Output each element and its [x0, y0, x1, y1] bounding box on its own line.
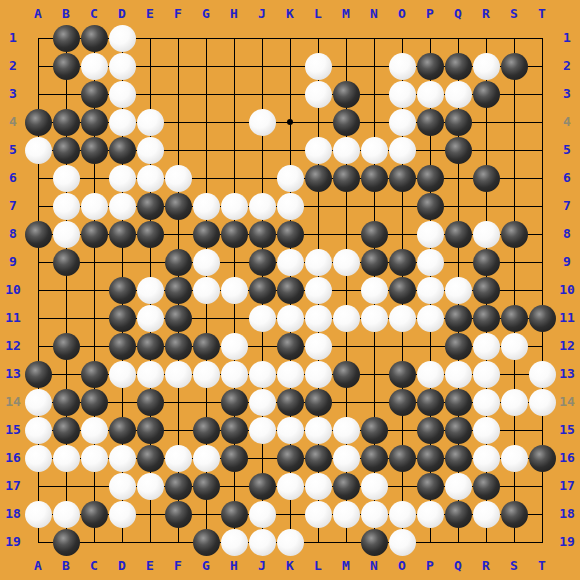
intersection-D2[interactable]	[108, 52, 136, 80]
intersection-J3[interactable]	[248, 80, 276, 108]
intersection-G6[interactable]	[192, 164, 220, 192]
intersection-F17[interactable]	[164, 472, 192, 500]
intersection-A6[interactable]	[24, 164, 52, 192]
intersection-H12[interactable]	[220, 332, 248, 360]
intersection-M6[interactable]	[332, 164, 360, 192]
intersection-P12[interactable]	[416, 332, 444, 360]
intersection-P1[interactable]	[416, 24, 444, 52]
intersection-T10[interactable]	[528, 276, 556, 304]
intersection-D8[interactable]	[108, 220, 136, 248]
intersection-E14[interactable]	[136, 388, 164, 416]
intersection-A17[interactable]	[24, 472, 52, 500]
intersection-A1[interactable]	[24, 24, 52, 52]
intersection-B4[interactable]	[52, 108, 80, 136]
intersection-D17[interactable]	[108, 472, 136, 500]
intersection-R4[interactable]	[472, 108, 500, 136]
intersection-E12[interactable]	[136, 332, 164, 360]
intersection-A7[interactable]	[24, 192, 52, 220]
intersection-T13[interactable]	[528, 360, 556, 388]
intersection-K16[interactable]	[276, 444, 304, 472]
intersection-H8[interactable]	[220, 220, 248, 248]
intersection-A13[interactable]	[24, 360, 52, 388]
intersection-S6[interactable]	[500, 164, 528, 192]
intersection-G10[interactable]	[192, 276, 220, 304]
intersection-G8[interactable]	[192, 220, 220, 248]
intersection-T18[interactable]	[528, 500, 556, 528]
intersection-R11[interactable]	[472, 304, 500, 332]
intersection-L17[interactable]	[304, 472, 332, 500]
intersection-A3[interactable]	[24, 80, 52, 108]
intersection-R8[interactable]	[472, 220, 500, 248]
intersection-F1[interactable]	[164, 24, 192, 52]
intersection-F14[interactable]	[164, 388, 192, 416]
intersection-P8[interactable]	[416, 220, 444, 248]
intersection-L3[interactable]	[304, 80, 332, 108]
intersection-C4[interactable]	[80, 108, 108, 136]
intersection-G9[interactable]	[192, 248, 220, 276]
intersection-S4[interactable]	[500, 108, 528, 136]
intersection-A11[interactable]	[24, 304, 52, 332]
intersection-H11[interactable]	[220, 304, 248, 332]
intersection-P3[interactable]	[416, 80, 444, 108]
intersection-J1[interactable]	[248, 24, 276, 52]
intersection-N11[interactable]	[360, 304, 388, 332]
intersection-N2[interactable]	[360, 52, 388, 80]
intersection-B9[interactable]	[52, 248, 80, 276]
intersection-S7[interactable]	[500, 192, 528, 220]
intersection-J4[interactable]	[248, 108, 276, 136]
intersection-O3[interactable]	[388, 80, 416, 108]
intersection-S17[interactable]	[500, 472, 528, 500]
intersection-M17[interactable]	[332, 472, 360, 500]
intersection-O14[interactable]	[388, 388, 416, 416]
intersection-S13[interactable]	[500, 360, 528, 388]
intersection-E18[interactable]	[136, 500, 164, 528]
intersection-N10[interactable]	[360, 276, 388, 304]
intersection-E19[interactable]	[136, 528, 164, 556]
intersection-S18[interactable]	[500, 500, 528, 528]
intersection-D9[interactable]	[108, 248, 136, 276]
intersection-F18[interactable]	[164, 500, 192, 528]
intersection-P19[interactable]	[416, 528, 444, 556]
intersection-E10[interactable]	[136, 276, 164, 304]
intersection-L18[interactable]	[304, 500, 332, 528]
intersection-F13[interactable]	[164, 360, 192, 388]
intersection-Q8[interactable]	[444, 220, 472, 248]
intersection-Q12[interactable]	[444, 332, 472, 360]
intersection-N1[interactable]	[360, 24, 388, 52]
intersection-G13[interactable]	[192, 360, 220, 388]
intersection-N8[interactable]	[360, 220, 388, 248]
intersection-E5[interactable]	[136, 136, 164, 164]
intersection-O8[interactable]	[388, 220, 416, 248]
intersection-J16[interactable]	[248, 444, 276, 472]
intersection-S11[interactable]	[500, 304, 528, 332]
intersection-H14[interactable]	[220, 388, 248, 416]
intersection-R1[interactable]	[472, 24, 500, 52]
intersection-J14[interactable]	[248, 388, 276, 416]
intersection-E6[interactable]	[136, 164, 164, 192]
intersection-H17[interactable]	[220, 472, 248, 500]
intersection-K6[interactable]	[276, 164, 304, 192]
intersection-S8[interactable]	[500, 220, 528, 248]
intersection-Q14[interactable]	[444, 388, 472, 416]
intersection-A16[interactable]	[24, 444, 52, 472]
intersection-C17[interactable]	[80, 472, 108, 500]
intersection-M18[interactable]	[332, 500, 360, 528]
intersection-L7[interactable]	[304, 192, 332, 220]
intersection-M11[interactable]	[332, 304, 360, 332]
intersection-M19[interactable]	[332, 528, 360, 556]
intersection-S12[interactable]	[500, 332, 528, 360]
intersection-R7[interactable]	[472, 192, 500, 220]
intersection-N7[interactable]	[360, 192, 388, 220]
intersection-P15[interactable]	[416, 416, 444, 444]
intersection-S19[interactable]	[500, 528, 528, 556]
intersection-M1[interactable]	[332, 24, 360, 52]
intersection-J15[interactable]	[248, 416, 276, 444]
intersection-Q17[interactable]	[444, 472, 472, 500]
intersection-M9[interactable]	[332, 248, 360, 276]
intersection-G2[interactable]	[192, 52, 220, 80]
intersection-C19[interactable]	[80, 528, 108, 556]
intersection-L12[interactable]	[304, 332, 332, 360]
intersection-O13[interactable]	[388, 360, 416, 388]
intersection-L11[interactable]	[304, 304, 332, 332]
intersection-B14[interactable]	[52, 388, 80, 416]
intersection-S14[interactable]	[500, 388, 528, 416]
intersection-M13[interactable]	[332, 360, 360, 388]
intersection-O10[interactable]	[388, 276, 416, 304]
intersection-O7[interactable]	[388, 192, 416, 220]
intersection-S5[interactable]	[500, 136, 528, 164]
intersection-O15[interactable]	[388, 416, 416, 444]
intersection-A4[interactable]	[24, 108, 52, 136]
intersection-M12[interactable]	[332, 332, 360, 360]
intersection-O19[interactable]	[388, 528, 416, 556]
intersection-F16[interactable]	[164, 444, 192, 472]
intersection-E15[interactable]	[136, 416, 164, 444]
intersection-O5[interactable]	[388, 136, 416, 164]
intersection-R18[interactable]	[472, 500, 500, 528]
intersection-F2[interactable]	[164, 52, 192, 80]
intersection-R2[interactable]	[472, 52, 500, 80]
intersection-F4[interactable]	[164, 108, 192, 136]
intersection-Q3[interactable]	[444, 80, 472, 108]
intersection-L8[interactable]	[304, 220, 332, 248]
intersection-B8[interactable]	[52, 220, 80, 248]
intersection-B17[interactable]	[52, 472, 80, 500]
intersection-Q13[interactable]	[444, 360, 472, 388]
intersection-C12[interactable]	[80, 332, 108, 360]
intersection-H19[interactable]	[220, 528, 248, 556]
intersection-H2[interactable]	[220, 52, 248, 80]
intersection-B7[interactable]	[52, 192, 80, 220]
intersection-Q4[interactable]	[444, 108, 472, 136]
intersection-D13[interactable]	[108, 360, 136, 388]
intersection-A14[interactable]	[24, 388, 52, 416]
intersection-S2[interactable]	[500, 52, 528, 80]
intersection-K7[interactable]	[276, 192, 304, 220]
intersection-G11[interactable]	[192, 304, 220, 332]
intersection-R15[interactable]	[472, 416, 500, 444]
intersection-H6[interactable]	[220, 164, 248, 192]
intersection-H4[interactable]	[220, 108, 248, 136]
intersection-K17[interactable]	[276, 472, 304, 500]
intersection-H5[interactable]	[220, 136, 248, 164]
intersection-F9[interactable]	[164, 248, 192, 276]
intersection-Q10[interactable]	[444, 276, 472, 304]
intersection-O4[interactable]	[388, 108, 416, 136]
intersection-S1[interactable]	[500, 24, 528, 52]
intersection-D12[interactable]	[108, 332, 136, 360]
intersection-H18[interactable]	[220, 500, 248, 528]
intersection-P16[interactable]	[416, 444, 444, 472]
intersection-O18[interactable]	[388, 500, 416, 528]
intersection-E3[interactable]	[136, 80, 164, 108]
intersection-T16[interactable]	[528, 444, 556, 472]
intersection-R19[interactable]	[472, 528, 500, 556]
intersection-L10[interactable]	[304, 276, 332, 304]
intersection-A15[interactable]	[24, 416, 52, 444]
intersection-C11[interactable]	[80, 304, 108, 332]
intersection-H13[interactable]	[220, 360, 248, 388]
intersection-K8[interactable]	[276, 220, 304, 248]
intersection-C9[interactable]	[80, 248, 108, 276]
intersection-S10[interactable]	[500, 276, 528, 304]
intersection-S15[interactable]	[500, 416, 528, 444]
intersection-P13[interactable]	[416, 360, 444, 388]
intersection-L4[interactable]	[304, 108, 332, 136]
intersection-S9[interactable]	[500, 248, 528, 276]
intersection-C1[interactable]	[80, 24, 108, 52]
intersection-G17[interactable]	[192, 472, 220, 500]
intersection-G19[interactable]	[192, 528, 220, 556]
intersection-A5[interactable]	[24, 136, 52, 164]
intersection-P5[interactable]	[416, 136, 444, 164]
intersection-B1[interactable]	[52, 24, 80, 52]
intersection-F3[interactable]	[164, 80, 192, 108]
intersection-D16[interactable]	[108, 444, 136, 472]
intersection-N4[interactable]	[360, 108, 388, 136]
intersection-N12[interactable]	[360, 332, 388, 360]
intersection-R13[interactable]	[472, 360, 500, 388]
intersection-D7[interactable]	[108, 192, 136, 220]
intersection-A18[interactable]	[24, 500, 52, 528]
intersection-N9[interactable]	[360, 248, 388, 276]
intersection-P10[interactable]	[416, 276, 444, 304]
intersection-K13[interactable]	[276, 360, 304, 388]
intersection-H15[interactable]	[220, 416, 248, 444]
intersection-E17[interactable]	[136, 472, 164, 500]
intersection-M16[interactable]	[332, 444, 360, 472]
intersection-O2[interactable]	[388, 52, 416, 80]
intersection-E1[interactable]	[136, 24, 164, 52]
intersection-A12[interactable]	[24, 332, 52, 360]
intersection-C7[interactable]	[80, 192, 108, 220]
intersection-T15[interactable]	[528, 416, 556, 444]
intersection-K12[interactable]	[276, 332, 304, 360]
intersection-G4[interactable]	[192, 108, 220, 136]
intersection-M4[interactable]	[332, 108, 360, 136]
intersection-T11[interactable]	[528, 304, 556, 332]
intersection-P17[interactable]	[416, 472, 444, 500]
intersection-D15[interactable]	[108, 416, 136, 444]
intersection-R3[interactable]	[472, 80, 500, 108]
intersection-F6[interactable]	[164, 164, 192, 192]
intersection-H10[interactable]	[220, 276, 248, 304]
intersection-L2[interactable]	[304, 52, 332, 80]
intersection-C13[interactable]	[80, 360, 108, 388]
intersection-T1[interactable]	[528, 24, 556, 52]
intersection-L19[interactable]	[304, 528, 332, 556]
intersection-E4[interactable]	[136, 108, 164, 136]
intersection-E13[interactable]	[136, 360, 164, 388]
intersection-O9[interactable]	[388, 248, 416, 276]
intersection-E7[interactable]	[136, 192, 164, 220]
intersection-B15[interactable]	[52, 416, 80, 444]
intersection-B6[interactable]	[52, 164, 80, 192]
intersection-D18[interactable]	[108, 500, 136, 528]
intersection-T8[interactable]	[528, 220, 556, 248]
intersection-R9[interactable]	[472, 248, 500, 276]
intersection-T4[interactable]	[528, 108, 556, 136]
intersection-E16[interactable]	[136, 444, 164, 472]
intersection-G14[interactable]	[192, 388, 220, 416]
intersection-K5[interactable]	[276, 136, 304, 164]
intersection-Q18[interactable]	[444, 500, 472, 528]
intersection-D14[interactable]	[108, 388, 136, 416]
intersection-N19[interactable]	[360, 528, 388, 556]
intersection-L13[interactable]	[304, 360, 332, 388]
intersection-O6[interactable]	[388, 164, 416, 192]
intersection-D3[interactable]	[108, 80, 136, 108]
intersection-G16[interactable]	[192, 444, 220, 472]
intersection-N6[interactable]	[360, 164, 388, 192]
intersection-R6[interactable]	[472, 164, 500, 192]
intersection-C8[interactable]	[80, 220, 108, 248]
intersection-R5[interactable]	[472, 136, 500, 164]
intersection-T7[interactable]	[528, 192, 556, 220]
intersection-L9[interactable]	[304, 248, 332, 276]
intersection-K14[interactable]	[276, 388, 304, 416]
intersection-E2[interactable]	[136, 52, 164, 80]
intersection-K19[interactable]	[276, 528, 304, 556]
intersection-C15[interactable]	[80, 416, 108, 444]
intersection-R10[interactable]	[472, 276, 500, 304]
intersection-F10[interactable]	[164, 276, 192, 304]
intersection-P2[interactable]	[416, 52, 444, 80]
intersection-M15[interactable]	[332, 416, 360, 444]
intersection-B19[interactable]	[52, 528, 80, 556]
intersection-O12[interactable]	[388, 332, 416, 360]
intersection-K18[interactable]	[276, 500, 304, 528]
intersection-D6[interactable]	[108, 164, 136, 192]
intersection-B3[interactable]	[52, 80, 80, 108]
intersection-N18[interactable]	[360, 500, 388, 528]
intersection-C14[interactable]	[80, 388, 108, 416]
intersection-N5[interactable]	[360, 136, 388, 164]
intersection-E8[interactable]	[136, 220, 164, 248]
intersection-R16[interactable]	[472, 444, 500, 472]
intersection-Q19[interactable]	[444, 528, 472, 556]
intersection-J8[interactable]	[248, 220, 276, 248]
intersection-A19[interactable]	[24, 528, 52, 556]
intersection-T17[interactable]	[528, 472, 556, 500]
intersection-D5[interactable]	[108, 136, 136, 164]
intersection-D19[interactable]	[108, 528, 136, 556]
intersection-J17[interactable]	[248, 472, 276, 500]
intersection-E11[interactable]	[136, 304, 164, 332]
intersection-T5[interactable]	[528, 136, 556, 164]
intersection-F11[interactable]	[164, 304, 192, 332]
intersection-J11[interactable]	[248, 304, 276, 332]
intersection-K1[interactable]	[276, 24, 304, 52]
intersection-A2[interactable]	[24, 52, 52, 80]
intersection-Q15[interactable]	[444, 416, 472, 444]
intersection-P18[interactable]	[416, 500, 444, 528]
intersection-M10[interactable]	[332, 276, 360, 304]
intersection-H3[interactable]	[220, 80, 248, 108]
intersection-A10[interactable]	[24, 276, 52, 304]
intersection-J10[interactable]	[248, 276, 276, 304]
intersection-T3[interactable]	[528, 80, 556, 108]
intersection-M2[interactable]	[332, 52, 360, 80]
intersection-M3[interactable]	[332, 80, 360, 108]
intersection-K15[interactable]	[276, 416, 304, 444]
intersection-F12[interactable]	[164, 332, 192, 360]
intersection-C3[interactable]	[80, 80, 108, 108]
intersection-C6[interactable]	[80, 164, 108, 192]
intersection-G18[interactable]	[192, 500, 220, 528]
intersection-P14[interactable]	[416, 388, 444, 416]
intersection-G5[interactable]	[192, 136, 220, 164]
intersection-D4[interactable]	[108, 108, 136, 136]
intersection-M8[interactable]	[332, 220, 360, 248]
intersection-H1[interactable]	[220, 24, 248, 52]
intersection-B18[interactable]	[52, 500, 80, 528]
intersection-K4[interactable]	[276, 108, 304, 136]
intersection-N16[interactable]	[360, 444, 388, 472]
intersection-H7[interactable]	[220, 192, 248, 220]
intersection-B10[interactable]	[52, 276, 80, 304]
intersection-N15[interactable]	[360, 416, 388, 444]
intersection-F5[interactable]	[164, 136, 192, 164]
intersection-Q1[interactable]	[444, 24, 472, 52]
intersection-A8[interactable]	[24, 220, 52, 248]
intersection-H9[interactable]	[220, 248, 248, 276]
intersection-S16[interactable]	[500, 444, 528, 472]
intersection-J6[interactable]	[248, 164, 276, 192]
intersection-J9[interactable]	[248, 248, 276, 276]
intersection-P4[interactable]	[416, 108, 444, 136]
intersection-F8[interactable]	[164, 220, 192, 248]
intersection-L6[interactable]	[304, 164, 332, 192]
intersection-O1[interactable]	[388, 24, 416, 52]
intersection-K10[interactable]	[276, 276, 304, 304]
intersection-P9[interactable]	[416, 248, 444, 276]
intersection-A9[interactable]	[24, 248, 52, 276]
intersection-K3[interactable]	[276, 80, 304, 108]
intersection-D1[interactable]	[108, 24, 136, 52]
intersection-L14[interactable]	[304, 388, 332, 416]
intersection-T14[interactable]	[528, 388, 556, 416]
intersection-T2[interactable]	[528, 52, 556, 80]
intersection-G7[interactable]	[192, 192, 220, 220]
intersection-J7[interactable]	[248, 192, 276, 220]
intersection-G1[interactable]	[192, 24, 220, 52]
intersection-G12[interactable]	[192, 332, 220, 360]
